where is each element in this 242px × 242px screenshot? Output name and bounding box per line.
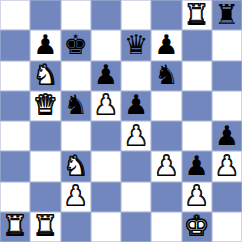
square-c2[interactable]: ♟ — [61, 182, 91, 212]
square-c4[interactable] — [61, 121, 91, 151]
square-b4[interactable] — [30, 121, 60, 151]
black-pawn[interactable]: ♟ — [124, 91, 148, 118]
white-pawn[interactable]: ♟ — [154, 152, 178, 179]
white-knight[interactable]: ♞ — [64, 152, 88, 179]
black-pawn[interactable]: ♟ — [94, 61, 118, 88]
white-rook[interactable]: ♜ — [33, 212, 57, 239]
black-queen[interactable]: ♛ — [124, 31, 148, 58]
square-g6[interactable] — [182, 61, 212, 91]
square-b1[interactable]: ♜ — [30, 212, 60, 242]
white-knight[interactable]: ♞ — [33, 61, 57, 88]
square-b5[interactable]: ♛ — [30, 91, 60, 121]
chess-board: ♜♜♟♚♛♟♞♟♞♛♞♟♟♟♟♞♟♟♟♟♟♜♜♚ — [0, 0, 242, 242]
square-d6[interactable]: ♟ — [91, 61, 121, 91]
square-e7[interactable]: ♛ — [121, 30, 151, 60]
square-a4[interactable] — [0, 121, 30, 151]
square-a7[interactable] — [0, 30, 30, 60]
square-h1[interactable] — [212, 212, 242, 242]
square-d3[interactable] — [91, 151, 121, 181]
square-f4[interactable] — [151, 121, 181, 151]
square-c5[interactable]: ♞ — [61, 91, 91, 121]
white-queen[interactable]: ♛ — [33, 91, 57, 118]
black-pawn[interactable]: ♟ — [33, 31, 57, 58]
square-g4[interactable] — [182, 121, 212, 151]
square-a1[interactable]: ♜ — [0, 212, 30, 242]
white-pawn[interactable]: ♟ — [185, 182, 209, 209]
white-king[interactable]: ♚ — [185, 212, 209, 239]
square-a3[interactable] — [0, 151, 30, 181]
square-h3[interactable]: ♟ — [212, 151, 242, 181]
white-rook[interactable]: ♜ — [185, 1, 209, 28]
square-h2[interactable] — [212, 182, 242, 212]
black-knight[interactable]: ♞ — [64, 91, 88, 118]
white-pawn[interactable]: ♟ — [94, 91, 118, 118]
square-e2[interactable] — [121, 182, 151, 212]
square-e5[interactable]: ♟ — [121, 91, 151, 121]
square-a6[interactable] — [0, 61, 30, 91]
square-a5[interactable] — [0, 91, 30, 121]
white-pawn[interactable]: ♟ — [124, 122, 148, 149]
square-h5[interactable] — [212, 91, 242, 121]
square-b8[interactable] — [30, 0, 60, 30]
square-h4[interactable]: ♟ — [212, 121, 242, 151]
square-c1[interactable] — [61, 212, 91, 242]
square-e8[interactable] — [121, 0, 151, 30]
square-h6[interactable] — [212, 61, 242, 91]
square-f6[interactable]: ♞ — [151, 61, 181, 91]
square-f7[interactable]: ♟ — [151, 30, 181, 60]
square-a2[interactable] — [0, 182, 30, 212]
square-c7[interactable]: ♚ — [61, 30, 91, 60]
square-e1[interactable] — [121, 212, 151, 242]
square-c8[interactable] — [61, 0, 91, 30]
square-e4[interactable]: ♟ — [121, 121, 151, 151]
black-king[interactable]: ♚ — [64, 31, 88, 58]
square-a8[interactable] — [0, 0, 30, 30]
square-g1[interactable]: ♚ — [182, 212, 212, 242]
white-rook[interactable]: ♜ — [3, 212, 27, 239]
square-d7[interactable] — [91, 30, 121, 60]
square-f2[interactable] — [151, 182, 181, 212]
square-d4[interactable] — [91, 121, 121, 151]
square-b2[interactable] — [30, 182, 60, 212]
square-e3[interactable] — [121, 151, 151, 181]
square-c3[interactable]: ♞ — [61, 151, 91, 181]
square-e6[interactable] — [121, 61, 151, 91]
square-d8[interactable] — [91, 0, 121, 30]
square-f3[interactable]: ♟ — [151, 151, 181, 181]
black-knight[interactable]: ♞ — [154, 61, 178, 88]
white-pawn[interactable]: ♟ — [64, 182, 88, 209]
square-g5[interactable] — [182, 91, 212, 121]
black-pawn[interactable]: ♟ — [154, 31, 178, 58]
square-h8[interactable]: ♜ — [212, 0, 242, 30]
square-b6[interactable]: ♞ — [30, 61, 60, 91]
square-d2[interactable] — [91, 182, 121, 212]
square-f5[interactable] — [151, 91, 181, 121]
black-pawn[interactable]: ♟ — [185, 152, 209, 179]
square-d1[interactable] — [91, 212, 121, 242]
square-c6[interactable] — [61, 61, 91, 91]
square-f1[interactable] — [151, 212, 181, 242]
square-b7[interactable]: ♟ — [30, 30, 60, 60]
square-h7[interactable] — [212, 30, 242, 60]
square-g3[interactable]: ♟ — [182, 151, 212, 181]
white-pawn[interactable]: ♟ — [215, 152, 239, 179]
square-d5[interactable]: ♟ — [91, 91, 121, 121]
square-f8[interactable] — [151, 0, 181, 30]
square-g7[interactable] — [182, 30, 212, 60]
black-rook[interactable]: ♜ — [215, 1, 239, 28]
square-g2[interactable]: ♟ — [182, 182, 212, 212]
square-g8[interactable]: ♜ — [182, 0, 212, 30]
black-pawn[interactable]: ♟ — [215, 122, 239, 149]
square-b3[interactable] — [30, 151, 60, 181]
